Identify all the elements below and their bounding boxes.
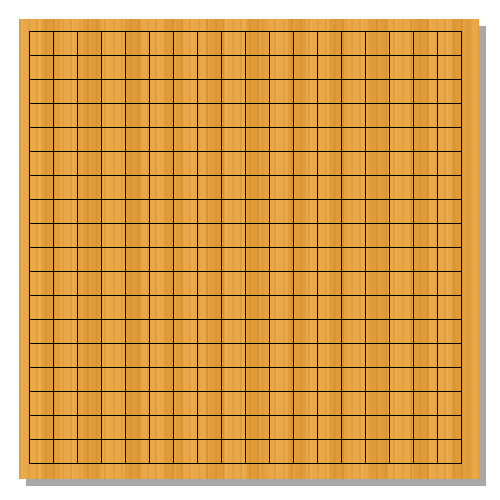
go-board[interactable]: [19, 19, 479, 479]
go-diagram: [0, 0, 500, 500]
grid-lines: [29, 31, 462, 464]
